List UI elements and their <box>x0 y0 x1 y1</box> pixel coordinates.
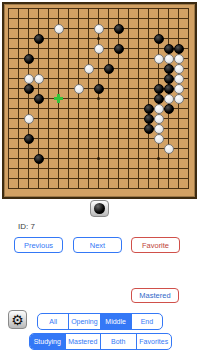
black-stone <box>154 84 164 94</box>
turn-indicator-button[interactable] <box>90 200 109 217</box>
black-stone <box>164 104 174 114</box>
black-stone <box>154 94 164 104</box>
star-point <box>97 97 100 100</box>
white-stone <box>154 54 164 64</box>
white-stone <box>174 64 184 74</box>
black-stone <box>34 34 44 44</box>
segment-favorites[interactable]: Favorites <box>137 334 172 349</box>
segment-end[interactable]: End <box>132 314 162 329</box>
grid-vline <box>128 8 129 189</box>
white-stone <box>54 24 64 34</box>
previous-button[interactable]: Previous <box>14 237 63 253</box>
black-stone <box>114 44 124 54</box>
gear-icon: ⚙ <box>11 313 24 327</box>
black-stone <box>144 114 154 124</box>
study-segmented-control: Studying Mastered Both Favorites <box>29 333 172 350</box>
white-stone <box>24 74 34 84</box>
white-stone <box>94 24 104 34</box>
star-point <box>97 37 100 40</box>
white-stone <box>174 54 184 64</box>
white-stone <box>74 84 84 94</box>
black-stone <box>154 34 164 44</box>
white-stone <box>164 94 174 104</box>
grid-vline <box>138 8 139 189</box>
black-stone <box>24 134 34 144</box>
go-board[interactable] <box>2 2 197 199</box>
black-stone <box>94 84 104 94</box>
black-stone <box>164 64 174 74</box>
white-stone <box>34 74 44 84</box>
app-window: ID: 7 Previous Next Favorite Mastered ⚙ … <box>0 0 200 355</box>
white-stone <box>154 104 164 114</box>
black-stone <box>104 64 114 74</box>
puzzle-id-label: ID: 7 <box>18 222 35 231</box>
grid-vline <box>118 8 119 189</box>
segment-middle[interactable]: Middle <box>101 314 132 329</box>
white-stone <box>174 74 184 84</box>
grid-vline <box>188 8 189 189</box>
black-stone <box>174 44 184 54</box>
white-stone <box>84 64 94 74</box>
black-stone <box>24 84 34 94</box>
white-stone <box>24 114 34 124</box>
white-stone <box>94 44 104 54</box>
grid-hline <box>8 188 189 189</box>
segment-all[interactable]: All <box>38 314 69 329</box>
move-marker-icon <box>54 94 63 103</box>
white-stone <box>164 144 174 154</box>
grid-hline <box>8 168 189 169</box>
settings-button[interactable]: ⚙ <box>8 310 27 329</box>
black-stone <box>164 84 174 94</box>
white-stone <box>174 94 184 104</box>
black-stone <box>114 24 124 34</box>
grid-hline <box>8 148 189 149</box>
black-stone-icon <box>94 203 105 214</box>
white-stone <box>154 124 164 134</box>
phase-segmented-control: All Opening Middle End <box>37 313 163 330</box>
grid-vline <box>148 8 149 189</box>
star-point <box>157 157 160 160</box>
segment-opening[interactable]: Opening <box>69 314 100 329</box>
favorite-button[interactable]: Favorite <box>131 237 180 253</box>
black-stone <box>34 154 44 164</box>
black-stone <box>24 54 34 64</box>
black-stone <box>34 94 44 104</box>
black-stone <box>144 104 154 114</box>
star-point <box>97 157 100 160</box>
segment-mastered[interactable]: Mastered <box>66 334 102 349</box>
grid-vline <box>108 8 109 189</box>
black-stone <box>144 124 154 134</box>
black-stone <box>164 74 174 84</box>
white-stone <box>154 114 164 124</box>
mastered-button[interactable]: Mastered <box>131 288 179 303</box>
next-button[interactable]: Next <box>73 237 122 253</box>
white-stone <box>174 84 184 94</box>
segment-both[interactable]: Both <box>101 334 137 349</box>
grid-hline <box>8 178 189 179</box>
segment-studying[interactable]: Studying <box>30 334 66 349</box>
white-stone <box>164 54 174 64</box>
black-stone <box>164 44 174 54</box>
white-stone <box>154 134 164 144</box>
